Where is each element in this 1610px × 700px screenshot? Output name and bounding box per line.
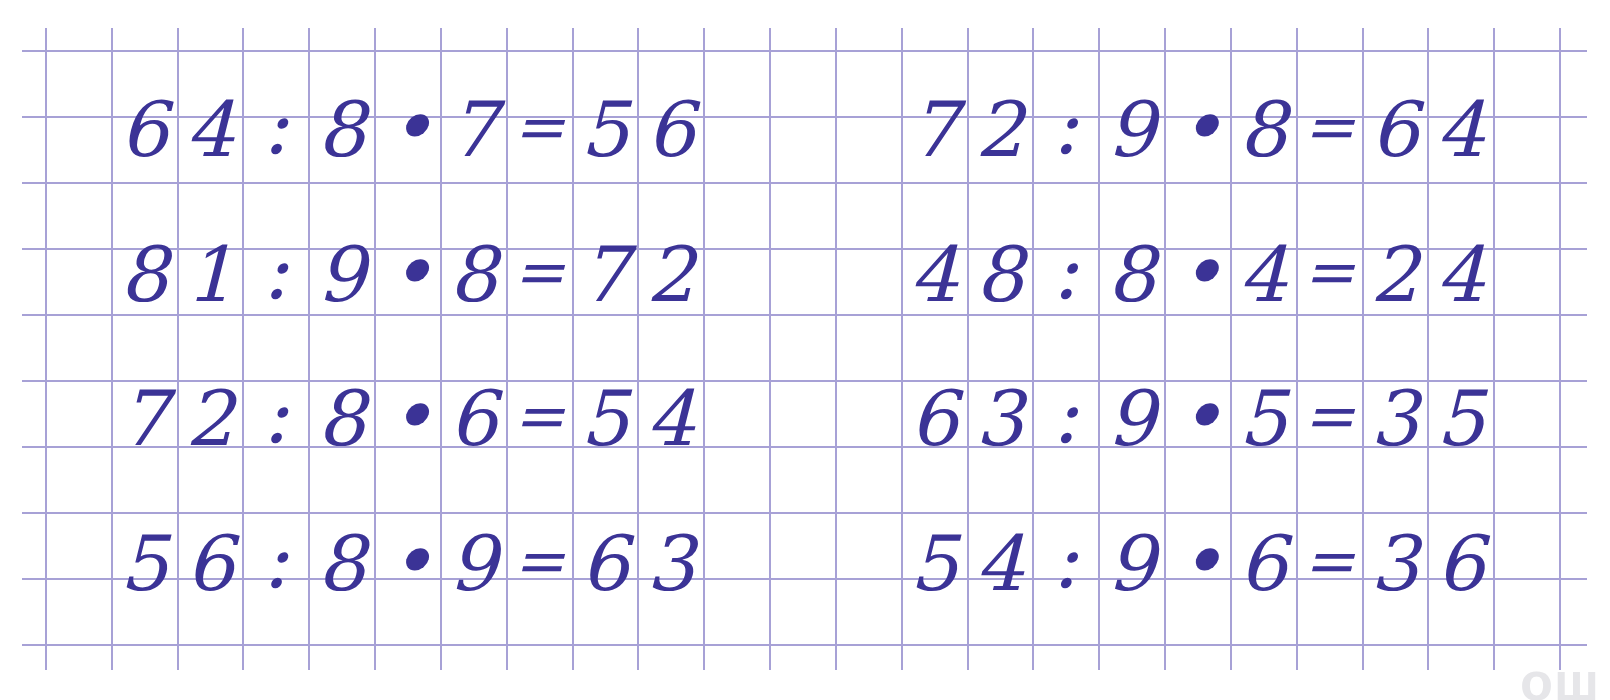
equation-digit: 8: [308, 354, 374, 484]
equation-operator-eq: =: [1296, 210, 1362, 340]
equation-digit: 6: [177, 499, 243, 629]
equation-digit: 6: [637, 65, 703, 195]
equation-operator-colon: :: [242, 65, 308, 195]
equation-digit: 4: [637, 354, 703, 484]
equation-operator-dot: ·: [1164, 65, 1230, 195]
equation-operator-dot: ·: [1164, 210, 1230, 340]
notebook-page: 64:8·7=5672:9·8=6481:9·8=7248:8·4=2472:8…: [0, 0, 1610, 700]
equation-digit: 9: [1098, 65, 1164, 195]
equation-digit: 5: [572, 354, 638, 484]
equation-operator-dot: ·: [374, 65, 440, 195]
equation-digit: 6: [1230, 499, 1296, 629]
equation-operator-dot: ·: [374, 354, 440, 484]
equation-digit: 6: [1362, 65, 1428, 195]
equation-digit: 6: [572, 499, 638, 629]
equation-digit: 6: [901, 354, 967, 484]
equation-digit: 1: [177, 210, 243, 340]
equation-operator-eq: =: [1296, 499, 1362, 629]
equation-digit: 7: [111, 354, 177, 484]
equation-grid: 64:8·7=5672:9·8=6481:9·8=7248:8·4=2472:8…: [45, 50, 1559, 644]
equation-operator-colon: :: [242, 210, 308, 340]
equation-operator-eq: =: [1296, 354, 1362, 484]
equation-digit: 7: [572, 210, 638, 340]
equation-digit: 2: [1362, 210, 1428, 340]
equation-digit: 8: [440, 210, 506, 340]
equation-digit: 5: [572, 65, 638, 195]
equation-digit: 3: [967, 354, 1033, 484]
equation-digit: 4: [177, 65, 243, 195]
equation-digit: 9: [1098, 499, 1164, 629]
equation-operator-eq: =: [506, 210, 572, 340]
equation-digit: 8: [111, 210, 177, 340]
equation-digit: 6: [440, 354, 506, 484]
equation-operator-colon: :: [1032, 210, 1098, 340]
equation-digit: 4: [1427, 65, 1493, 195]
equation-operator-eq: =: [506, 65, 572, 195]
equation-digit: 8: [1230, 65, 1296, 195]
equation-digit: 4: [1427, 210, 1493, 340]
equation-digit: 9: [308, 210, 374, 340]
watermark-text: ош: [1520, 654, 1600, 700]
equation-digit: 5: [901, 499, 967, 629]
equation-digit: 9: [440, 499, 506, 629]
equation-operator-dot: ·: [1164, 354, 1230, 484]
equation-operator-colon: :: [1032, 499, 1098, 629]
equation-operator-colon: :: [242, 499, 308, 629]
equation-digit: 2: [967, 65, 1033, 195]
equation-digit: 7: [901, 65, 967, 195]
equation-operator-dot: ·: [374, 499, 440, 629]
equation-digit: 4: [901, 210, 967, 340]
equation-operator-dot: ·: [374, 210, 440, 340]
equation-digit: 4: [967, 499, 1033, 629]
equation-digit: 6: [1427, 499, 1493, 629]
equation-digit: 8: [308, 65, 374, 195]
equation-digit: 5: [1230, 354, 1296, 484]
equation-digit: 3: [637, 499, 703, 629]
equation-digit: 2: [177, 354, 243, 484]
equation-digit: 7: [440, 65, 506, 195]
equation-digit: 4: [1230, 210, 1296, 340]
equation-operator-colon: :: [1032, 65, 1098, 195]
equation-operator-dot: ·: [1164, 499, 1230, 629]
equation-digit: 5: [111, 499, 177, 629]
equation-digit: 5: [1427, 354, 1493, 484]
equation-digit: 3: [1362, 354, 1428, 484]
equation-digit: 8: [967, 210, 1033, 340]
equation-digit: 8: [308, 499, 374, 629]
equation-digit: 6: [111, 65, 177, 195]
equation-operator-colon: :: [242, 354, 308, 484]
equation-operator-eq: =: [1296, 65, 1362, 195]
equation-digit: 3: [1362, 499, 1428, 629]
equation-digit: 9: [1098, 354, 1164, 484]
equation-operator-eq: =: [506, 354, 572, 484]
equation-digit: 2: [637, 210, 703, 340]
equation-operator-eq: =: [506, 499, 572, 629]
equation-operator-colon: :: [1032, 354, 1098, 484]
equation-digit: 8: [1098, 210, 1164, 340]
